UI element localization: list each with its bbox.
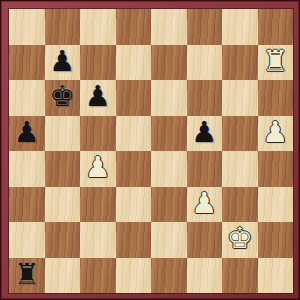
square-a2[interactable] bbox=[9, 222, 45, 258]
square-f3[interactable]: ♟ bbox=[187, 187, 223, 223]
square-h4[interactable] bbox=[258, 151, 294, 187]
square-a7[interactable] bbox=[9, 45, 45, 81]
square-b5[interactable] bbox=[45, 116, 81, 152]
square-e4[interactable] bbox=[151, 151, 187, 187]
square-b1[interactable] bbox=[45, 258, 81, 294]
piece-white-king: ♚ bbox=[227, 224, 253, 253]
piece-black-pawn: ♟ bbox=[14, 118, 40, 147]
square-d8[interactable] bbox=[116, 9, 152, 45]
square-c2[interactable] bbox=[80, 222, 116, 258]
square-g2[interactable]: ♚ bbox=[222, 222, 258, 258]
square-f8[interactable] bbox=[187, 9, 223, 45]
piece-black-pawn: ♟ bbox=[49, 47, 75, 76]
piece-black-pawn: ♟ bbox=[191, 118, 217, 147]
chess-board: ♟♜♚♟♟♟♟♟♟♚♜ bbox=[9, 9, 293, 293]
square-h2[interactable] bbox=[258, 222, 294, 258]
square-h6[interactable] bbox=[258, 80, 294, 116]
piece-black-king: ♚ bbox=[49, 82, 75, 111]
piece-white-pawn: ♟ bbox=[85, 153, 111, 182]
piece-white-rook: ♜ bbox=[262, 47, 288, 76]
square-g6[interactable] bbox=[222, 80, 258, 116]
square-d7[interactable] bbox=[116, 45, 152, 81]
square-h3[interactable] bbox=[258, 187, 294, 223]
square-b2[interactable] bbox=[45, 222, 81, 258]
square-d4[interactable] bbox=[116, 151, 152, 187]
square-e5[interactable] bbox=[151, 116, 187, 152]
square-f6[interactable] bbox=[187, 80, 223, 116]
square-e1[interactable] bbox=[151, 258, 187, 294]
piece-black-rook: ♜ bbox=[14, 260, 40, 289]
square-d6[interactable] bbox=[116, 80, 152, 116]
square-g1[interactable] bbox=[222, 258, 258, 294]
square-a6[interactable] bbox=[9, 80, 45, 116]
square-e8[interactable] bbox=[151, 9, 187, 45]
square-a3[interactable] bbox=[9, 187, 45, 223]
square-b4[interactable] bbox=[45, 151, 81, 187]
square-a1[interactable]: ♜ bbox=[9, 258, 45, 294]
square-b7[interactable]: ♟ bbox=[45, 45, 81, 81]
square-g4[interactable] bbox=[222, 151, 258, 187]
piece-white-pawn: ♟ bbox=[191, 189, 217, 218]
square-f2[interactable] bbox=[187, 222, 223, 258]
square-g3[interactable] bbox=[222, 187, 258, 223]
square-a4[interactable] bbox=[9, 151, 45, 187]
square-c1[interactable] bbox=[80, 258, 116, 294]
chess-board-frame: ♟♜♚♟♟♟♟♟♟♚♜ bbox=[0, 0, 300, 300]
square-e7[interactable] bbox=[151, 45, 187, 81]
square-e3[interactable] bbox=[151, 187, 187, 223]
square-f1[interactable] bbox=[187, 258, 223, 294]
square-c6[interactable]: ♟ bbox=[80, 80, 116, 116]
square-c3[interactable] bbox=[80, 187, 116, 223]
square-c7[interactable] bbox=[80, 45, 116, 81]
square-h5[interactable]: ♟ bbox=[258, 116, 294, 152]
square-d5[interactable] bbox=[116, 116, 152, 152]
square-b3[interactable] bbox=[45, 187, 81, 223]
square-c4[interactable]: ♟ bbox=[80, 151, 116, 187]
square-c8[interactable] bbox=[80, 9, 116, 45]
square-h8[interactable] bbox=[258, 9, 294, 45]
square-e6[interactable] bbox=[151, 80, 187, 116]
square-b6[interactable]: ♚ bbox=[45, 80, 81, 116]
square-e2[interactable] bbox=[151, 222, 187, 258]
square-f4[interactable] bbox=[187, 151, 223, 187]
square-d3[interactable] bbox=[116, 187, 152, 223]
square-b8[interactable] bbox=[45, 9, 81, 45]
square-a8[interactable] bbox=[9, 9, 45, 45]
piece-black-pawn: ♟ bbox=[85, 82, 111, 111]
square-g7[interactable] bbox=[222, 45, 258, 81]
square-g8[interactable] bbox=[222, 9, 258, 45]
square-g5[interactable] bbox=[222, 116, 258, 152]
square-h7[interactable]: ♜ bbox=[258, 45, 294, 81]
piece-white-pawn: ♟ bbox=[262, 118, 288, 147]
square-c5[interactable] bbox=[80, 116, 116, 152]
square-f7[interactable] bbox=[187, 45, 223, 81]
square-a5[interactable]: ♟ bbox=[9, 116, 45, 152]
square-d1[interactable] bbox=[116, 258, 152, 294]
square-f5[interactable]: ♟ bbox=[187, 116, 223, 152]
square-h1[interactable] bbox=[258, 258, 294, 294]
square-d2[interactable] bbox=[116, 222, 152, 258]
